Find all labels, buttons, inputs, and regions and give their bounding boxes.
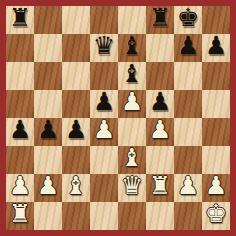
square-d8[interactable] (90, 6, 118, 34)
square-a2[interactable]: ♟ (6, 174, 34, 202)
square-a6[interactable] (6, 62, 34, 90)
square-c4[interactable]: ♟ (62, 118, 90, 146)
square-f5[interactable]: ♟ (146, 90, 174, 118)
piece-black-rook: ♜ (149, 4, 171, 32)
piece-white-queen: ♛ (121, 172, 143, 200)
piece-white-bishop: ♝ (121, 144, 143, 172)
square-a1[interactable]: ♜ (6, 202, 34, 230)
piece-white-rook: ♜ (9, 200, 31, 228)
piece-white-bishop: ♝ (65, 172, 87, 200)
square-h5[interactable] (202, 90, 230, 118)
piece-black-pawn: ♟ (37, 116, 59, 144)
square-g1[interactable] (174, 202, 202, 230)
square-f4[interactable]: ♟ (146, 118, 174, 146)
square-f7[interactable] (146, 34, 174, 62)
square-d5[interactable]: ♟ (90, 90, 118, 118)
piece-white-pawn: ♟ (9, 172, 31, 200)
chess-board: ♜♜♚♛♝♟♟♝♟♟♟♟♟♟♟♟♝♟♟♝♛♜♟♟♜♚ (0, 0, 236, 236)
square-h1[interactable]: ♚ (202, 202, 230, 230)
square-a8[interactable]: ♜ (6, 6, 34, 34)
square-c5[interactable] (62, 90, 90, 118)
square-g5[interactable] (174, 90, 202, 118)
square-a4[interactable]: ♟ (6, 118, 34, 146)
piece-white-pawn: ♟ (205, 172, 227, 200)
square-f2[interactable]: ♜ (146, 174, 174, 202)
square-c3[interactable] (62, 146, 90, 174)
square-a3[interactable] (6, 146, 34, 174)
square-h6[interactable] (202, 62, 230, 90)
square-e2[interactable]: ♛ (118, 174, 146, 202)
chess-board-grid: ♜♜♚♛♝♟♟♝♟♟♟♟♟♟♟♟♝♟♟♝♛♜♟♟♜♚ (6, 6, 230, 230)
square-d3[interactable] (90, 146, 118, 174)
square-h7[interactable]: ♟ (202, 34, 230, 62)
square-c8[interactable] (62, 6, 90, 34)
piece-white-pawn: ♟ (37, 172, 59, 200)
square-e5[interactable]: ♟ (118, 90, 146, 118)
piece-white-rook: ♜ (149, 172, 171, 200)
square-f3[interactable] (146, 146, 174, 174)
square-f8[interactable]: ♜ (146, 6, 174, 34)
square-f1[interactable] (146, 202, 174, 230)
piece-white-king: ♚ (205, 200, 227, 228)
square-e8[interactable] (118, 6, 146, 34)
piece-white-pawn: ♟ (93, 116, 115, 144)
square-h2[interactable]: ♟ (202, 174, 230, 202)
piece-black-queen: ♛ (93, 32, 115, 60)
square-d6[interactable] (90, 62, 118, 90)
piece-black-pawn: ♟ (93, 88, 115, 116)
square-g2[interactable]: ♟ (174, 174, 202, 202)
square-g4[interactable] (174, 118, 202, 146)
square-g6[interactable] (174, 62, 202, 90)
piece-white-pawn: ♟ (149, 116, 171, 144)
square-g8[interactable]: ♚ (174, 6, 202, 34)
square-g7[interactable]: ♟ (174, 34, 202, 62)
piece-black-pawn: ♟ (205, 32, 227, 60)
square-e1[interactable] (118, 202, 146, 230)
square-c1[interactable] (62, 202, 90, 230)
square-h4[interactable] (202, 118, 230, 146)
square-b7[interactable] (34, 34, 62, 62)
square-e7[interactable]: ♝ (118, 34, 146, 62)
square-d7[interactable]: ♛ (90, 34, 118, 62)
square-e3[interactable]: ♝ (118, 146, 146, 174)
square-a7[interactable] (6, 34, 34, 62)
square-e4[interactable] (118, 118, 146, 146)
square-b1[interactable] (34, 202, 62, 230)
piece-black-king: ♚ (177, 4, 199, 32)
square-b4[interactable]: ♟ (34, 118, 62, 146)
square-d2[interactable] (90, 174, 118, 202)
square-b5[interactable] (34, 90, 62, 118)
square-c2[interactable]: ♝ (62, 174, 90, 202)
square-b6[interactable] (34, 62, 62, 90)
square-c6[interactable] (62, 62, 90, 90)
piece-white-pawn: ♟ (177, 172, 199, 200)
square-a5[interactable] (6, 90, 34, 118)
piece-black-rook: ♜ (9, 4, 31, 32)
piece-black-pawn: ♟ (9, 116, 31, 144)
piece-black-bishop: ♝ (121, 60, 143, 88)
square-f6[interactable] (146, 62, 174, 90)
square-b2[interactable]: ♟ (34, 174, 62, 202)
square-d4[interactable]: ♟ (90, 118, 118, 146)
square-g3[interactable] (174, 146, 202, 174)
piece-black-pawn: ♟ (177, 32, 199, 60)
piece-white-pawn: ♟ (121, 88, 143, 116)
square-e6[interactable]: ♝ (118, 62, 146, 90)
square-h3[interactable] (202, 146, 230, 174)
square-b8[interactable] (34, 6, 62, 34)
piece-black-pawn: ♟ (65, 116, 87, 144)
square-h8[interactable] (202, 6, 230, 34)
square-b3[interactable] (34, 146, 62, 174)
piece-black-bishop: ♝ (121, 32, 143, 60)
square-d1[interactable] (90, 202, 118, 230)
square-c7[interactable] (62, 34, 90, 62)
piece-black-pawn: ♟ (149, 88, 171, 116)
